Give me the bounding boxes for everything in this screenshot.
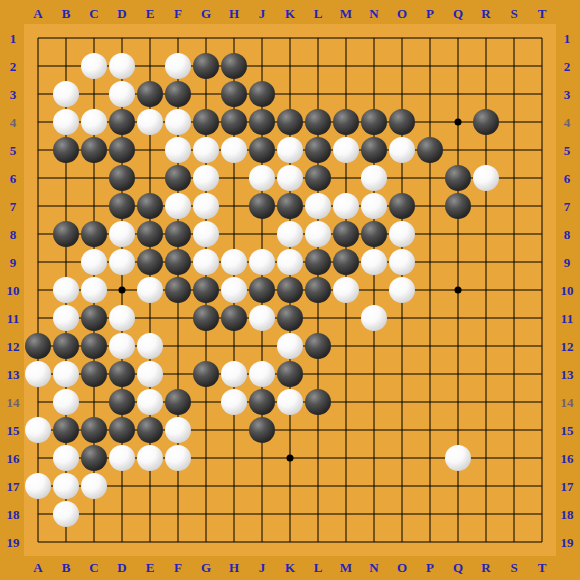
stone-white-F5[interactable]	[165, 137, 191, 163]
stone-black-L6[interactable]	[305, 165, 331, 191]
stone-black-G2[interactable]	[193, 53, 219, 79]
stone-black-F3[interactable]	[165, 81, 191, 107]
col-label-top-D: D	[117, 7, 126, 20]
row-label-right-1: 1	[564, 32, 571, 45]
col-label-bottom-D: D	[117, 561, 126, 574]
stone-white-J9[interactable]	[249, 249, 275, 275]
stone-black-E15[interactable]	[137, 417, 163, 443]
stone-white-B4[interactable]	[53, 109, 79, 135]
stone-white-D8[interactable]	[109, 221, 135, 247]
col-label-bottom-S: S	[510, 561, 517, 574]
stone-white-J11[interactable]	[249, 305, 275, 331]
stone-black-D15[interactable]	[109, 417, 135, 443]
col-label-bottom-G: G	[201, 561, 211, 574]
stone-white-K9[interactable]	[277, 249, 303, 275]
row-label-left-19: 19	[7, 536, 20, 549]
stone-black-G10[interactable]	[193, 277, 219, 303]
stone-black-L5[interactable]	[305, 137, 331, 163]
stone-white-G8[interactable]	[193, 221, 219, 247]
stone-black-D4[interactable]	[109, 109, 135, 135]
stone-black-F6[interactable]	[165, 165, 191, 191]
row-label-left-12: 12	[7, 340, 20, 353]
row-label-right-17: 17	[561, 480, 574, 493]
stone-white-H14[interactable]	[221, 389, 247, 415]
row-label-right-7: 7	[564, 200, 571, 213]
stone-black-E9[interactable]	[137, 249, 163, 275]
row-label-right-9: 9	[564, 256, 571, 269]
stone-white-K12[interactable]	[277, 333, 303, 359]
stone-white-J6[interactable]	[249, 165, 275, 191]
stone-black-B5[interactable]	[53, 137, 79, 163]
row-label-left-15: 15	[7, 424, 20, 437]
stone-white-E14[interactable]	[137, 389, 163, 415]
stone-black-P5[interactable]	[417, 137, 443, 163]
stone-white-A15[interactable]	[25, 417, 51, 443]
col-label-bottom-T: T	[538, 561, 547, 574]
stones-layer	[24, 24, 556, 556]
row-label-left-8: 8	[10, 228, 17, 241]
col-label-top-K: K	[285, 7, 295, 20]
stone-white-F2[interactable]	[165, 53, 191, 79]
col-label-bottom-H: H	[229, 561, 239, 574]
stone-white-D11[interactable]	[109, 305, 135, 331]
row-label-left-13: 13	[7, 368, 20, 381]
col-label-bottom-P: P	[426, 561, 434, 574]
stone-white-K8[interactable]	[277, 221, 303, 247]
stone-black-G4[interactable]	[193, 109, 219, 135]
stone-black-D13[interactable]	[109, 361, 135, 387]
row-label-right-15: 15	[561, 424, 574, 437]
row-label-left-10: 10	[7, 284, 20, 297]
stone-white-R6[interactable]	[473, 165, 499, 191]
row-label-right-18: 18	[561, 508, 574, 521]
stone-black-B8[interactable]	[53, 221, 79, 247]
stone-white-D16[interactable]	[109, 445, 135, 471]
stone-black-M9[interactable]	[333, 249, 359, 275]
col-label-top-H: H	[229, 7, 239, 20]
row-label-right-11: 11	[561, 312, 573, 325]
stone-white-F4[interactable]	[165, 109, 191, 135]
stone-white-B10[interactable]	[53, 277, 79, 303]
stone-white-B14[interactable]	[53, 389, 79, 415]
col-label-top-O: O	[397, 7, 407, 20]
stone-black-M8[interactable]	[333, 221, 359, 247]
col-label-top-Q: Q	[453, 7, 463, 20]
row-label-left-9: 9	[10, 256, 17, 269]
stone-white-K5[interactable]	[277, 137, 303, 163]
stone-black-F10[interactable]	[165, 277, 191, 303]
stone-white-B13[interactable]	[53, 361, 79, 387]
row-label-left-2: 2	[10, 60, 17, 73]
stone-black-K7[interactable]	[277, 193, 303, 219]
stone-white-L7[interactable]	[305, 193, 331, 219]
col-label-bottom-F: F	[174, 561, 182, 574]
stone-black-J14[interactable]	[249, 389, 275, 415]
stone-white-E12[interactable]	[137, 333, 163, 359]
row-label-right-4: 4	[564, 116, 571, 129]
stone-white-C4[interactable]	[81, 109, 107, 135]
col-label-top-L: L	[314, 7, 323, 20]
col-label-top-F: F	[174, 7, 182, 20]
row-label-left-1: 1	[10, 32, 17, 45]
stone-black-C12[interactable]	[81, 333, 107, 359]
stone-black-F8[interactable]	[165, 221, 191, 247]
stone-black-D14[interactable]	[109, 389, 135, 415]
stone-white-G5[interactable]	[193, 137, 219, 163]
stone-black-G13[interactable]	[193, 361, 219, 387]
stone-black-H2[interactable]	[221, 53, 247, 79]
stone-white-N9[interactable]	[361, 249, 387, 275]
stone-black-E7[interactable]	[137, 193, 163, 219]
stone-white-J13[interactable]	[249, 361, 275, 387]
row-label-left-7: 7	[10, 200, 17, 213]
stone-black-C11[interactable]	[81, 305, 107, 331]
stone-white-H13[interactable]	[221, 361, 247, 387]
stone-white-D3[interactable]	[109, 81, 135, 107]
row-label-left-11: 11	[7, 312, 19, 325]
stone-black-K13[interactable]	[277, 361, 303, 387]
row-label-right-13: 13	[561, 368, 574, 381]
row-label-left-4: 4	[10, 116, 17, 129]
stone-black-H11[interactable]	[221, 305, 247, 331]
stone-black-L10[interactable]	[305, 277, 331, 303]
stone-black-Q6[interactable]	[445, 165, 471, 191]
stone-black-C5[interactable]	[81, 137, 107, 163]
stone-white-F7[interactable]	[165, 193, 191, 219]
stone-black-O7[interactable]	[389, 193, 415, 219]
row-label-right-2: 2	[564, 60, 571, 73]
stone-white-B17[interactable]	[53, 473, 79, 499]
stone-white-G9[interactable]	[193, 249, 219, 275]
col-label-bottom-M: M	[340, 561, 352, 574]
stone-white-H10[interactable]	[221, 277, 247, 303]
stone-white-N11[interactable]	[361, 305, 387, 331]
stone-white-C17[interactable]	[81, 473, 107, 499]
stone-black-M4[interactable]	[333, 109, 359, 135]
col-label-bottom-N: N	[369, 561, 378, 574]
col-label-top-T: T	[538, 7, 547, 20]
col-label-top-J: J	[259, 7, 266, 20]
stone-black-H4[interactable]	[221, 109, 247, 135]
col-label-top-C: C	[89, 7, 98, 20]
stone-black-C16[interactable]	[81, 445, 107, 471]
stone-black-G11[interactable]	[193, 305, 219, 331]
stone-white-D12[interactable]	[109, 333, 135, 359]
stone-black-J4[interactable]	[249, 109, 275, 135]
stone-white-G6[interactable]	[193, 165, 219, 191]
stone-white-D2[interactable]	[109, 53, 135, 79]
stone-black-L9[interactable]	[305, 249, 331, 275]
stone-black-J5[interactable]	[249, 137, 275, 163]
stone-white-F15[interactable]	[165, 417, 191, 443]
col-label-bottom-Q: Q	[453, 561, 463, 574]
row-label-right-12: 12	[561, 340, 574, 353]
stone-white-M7[interactable]	[333, 193, 359, 219]
row-label-right-8: 8	[564, 228, 571, 241]
row-label-left-3: 3	[10, 88, 17, 101]
stone-black-D6[interactable]	[109, 165, 135, 191]
stone-black-J7[interactable]	[249, 193, 275, 219]
col-label-top-M: M	[340, 7, 352, 20]
stone-black-H3[interactable]	[221, 81, 247, 107]
stone-white-H9[interactable]	[221, 249, 247, 275]
stone-black-L4[interactable]	[305, 109, 331, 135]
stone-white-G7[interactable]	[193, 193, 219, 219]
stone-black-R4[interactable]	[473, 109, 499, 135]
stone-white-E13[interactable]	[137, 361, 163, 387]
row-label-left-18: 18	[7, 508, 20, 521]
stone-black-J10[interactable]	[249, 277, 275, 303]
row-label-left-6: 6	[10, 172, 17, 185]
col-label-top-E: E	[146, 7, 155, 20]
stone-white-E16[interactable]	[137, 445, 163, 471]
row-label-right-6: 6	[564, 172, 571, 185]
stone-black-F14[interactable]	[165, 389, 191, 415]
stone-white-C10[interactable]	[81, 277, 107, 303]
col-label-bottom-J: J	[259, 561, 266, 574]
col-label-bottom-L: L	[314, 561, 323, 574]
stone-black-O4[interactable]	[389, 109, 415, 135]
stone-black-K4[interactable]	[277, 109, 303, 135]
stone-black-K10[interactable]	[277, 277, 303, 303]
col-label-bottom-R: R	[481, 561, 490, 574]
stone-black-D5[interactable]	[109, 137, 135, 163]
row-label-right-19: 19	[561, 536, 574, 549]
stone-black-C15[interactable]	[81, 417, 107, 443]
stone-black-F9[interactable]	[165, 249, 191, 275]
stone-black-E3[interactable]	[137, 81, 163, 107]
col-label-top-A: A	[33, 7, 42, 20]
stone-white-N6[interactable]	[361, 165, 387, 191]
col-label-bottom-O: O	[397, 561, 407, 574]
col-label-bottom-C: C	[89, 561, 98, 574]
stone-black-N8[interactable]	[361, 221, 387, 247]
stone-black-Q7[interactable]	[445, 193, 471, 219]
stone-white-B11[interactable]	[53, 305, 79, 331]
stone-white-Q16[interactable]	[445, 445, 471, 471]
row-label-right-16: 16	[561, 452, 574, 465]
stone-black-L12[interactable]	[305, 333, 331, 359]
stone-white-O8[interactable]	[389, 221, 415, 247]
stone-white-A13[interactable]	[25, 361, 51, 387]
stone-white-H5[interactable]	[221, 137, 247, 163]
stone-white-K14[interactable]	[277, 389, 303, 415]
stone-black-C13[interactable]	[81, 361, 107, 387]
stone-white-B16[interactable]	[53, 445, 79, 471]
stone-white-O9[interactable]	[389, 249, 415, 275]
stone-white-K6[interactable]	[277, 165, 303, 191]
stone-white-L8[interactable]	[305, 221, 331, 247]
row-label-right-14: 14	[561, 396, 574, 409]
col-label-bottom-B: B	[62, 561, 71, 574]
row-label-left-16: 16	[7, 452, 20, 465]
col-label-top-S: S	[510, 7, 517, 20]
stone-white-O5[interactable]	[389, 137, 415, 163]
stone-white-B18[interactable]	[53, 501, 79, 527]
col-label-top-N: N	[369, 7, 378, 20]
col-label-top-B: B	[62, 7, 71, 20]
stone-white-M5[interactable]	[333, 137, 359, 163]
stone-black-N4[interactable]	[361, 109, 387, 135]
row-label-left-17: 17	[7, 480, 20, 493]
stone-white-F16[interactable]	[165, 445, 191, 471]
stone-white-E10[interactable]	[137, 277, 163, 303]
row-label-left-14: 14	[7, 396, 20, 409]
stone-black-B15[interactable]	[53, 417, 79, 443]
col-label-top-P: P	[426, 7, 434, 20]
stone-white-C9[interactable]	[81, 249, 107, 275]
stone-white-D9[interactable]	[109, 249, 135, 275]
row-label-right-5: 5	[564, 144, 571, 157]
col-label-bottom-E: E	[146, 561, 155, 574]
row-label-right-10: 10	[561, 284, 574, 297]
stone-black-E8[interactable]	[137, 221, 163, 247]
stone-white-E4[interactable]	[137, 109, 163, 135]
row-label-right-3: 3	[564, 88, 571, 101]
stone-black-J15[interactable]	[249, 417, 275, 443]
go-board-frame: AABBCCDDEEFFGGHHJJKKLLMMNNOOPPQQRRSSTT11…	[0, 0, 580, 580]
stone-black-K11[interactable]	[277, 305, 303, 331]
stone-white-N7[interactable]	[361, 193, 387, 219]
stone-white-C2[interactable]	[81, 53, 107, 79]
stone-black-B12[interactable]	[53, 333, 79, 359]
stone-black-N5[interactable]	[361, 137, 387, 163]
col-label-top-R: R	[481, 7, 490, 20]
stone-black-D7[interactable]	[109, 193, 135, 219]
stone-black-L14[interactable]	[305, 389, 331, 415]
stone-white-M10[interactable]	[333, 277, 359, 303]
col-label-top-G: G	[201, 7, 211, 20]
col-label-bottom-A: A	[33, 561, 42, 574]
go-board[interactable]	[24, 24, 556, 556]
col-label-bottom-K: K	[285, 561, 295, 574]
stone-black-A12[interactable]	[25, 333, 51, 359]
stone-black-C8[interactable]	[81, 221, 107, 247]
row-label-left-5: 5	[10, 144, 17, 157]
stone-white-O10[interactable]	[389, 277, 415, 303]
stone-black-J3[interactable]	[249, 81, 275, 107]
stone-white-B3[interactable]	[53, 81, 79, 107]
stone-white-A17[interactable]	[25, 473, 51, 499]
